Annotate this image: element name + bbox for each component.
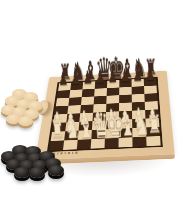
checker-disc-dark[interactable] bbox=[29, 167, 45, 178]
checker-disc-dark[interactable] bbox=[14, 167, 30, 178]
checker-disc-dark[interactable] bbox=[48, 165, 64, 176]
chess-set-photo: ♜♞♝♛♚♝♞♜♟♟♟♟♟♟♟♟♟♟♟♟♟♟♟♟♜♞♝♛♚♝♞♜ bbox=[0, 0, 178, 222]
dark-checkers-pile bbox=[0, 0, 178, 222]
